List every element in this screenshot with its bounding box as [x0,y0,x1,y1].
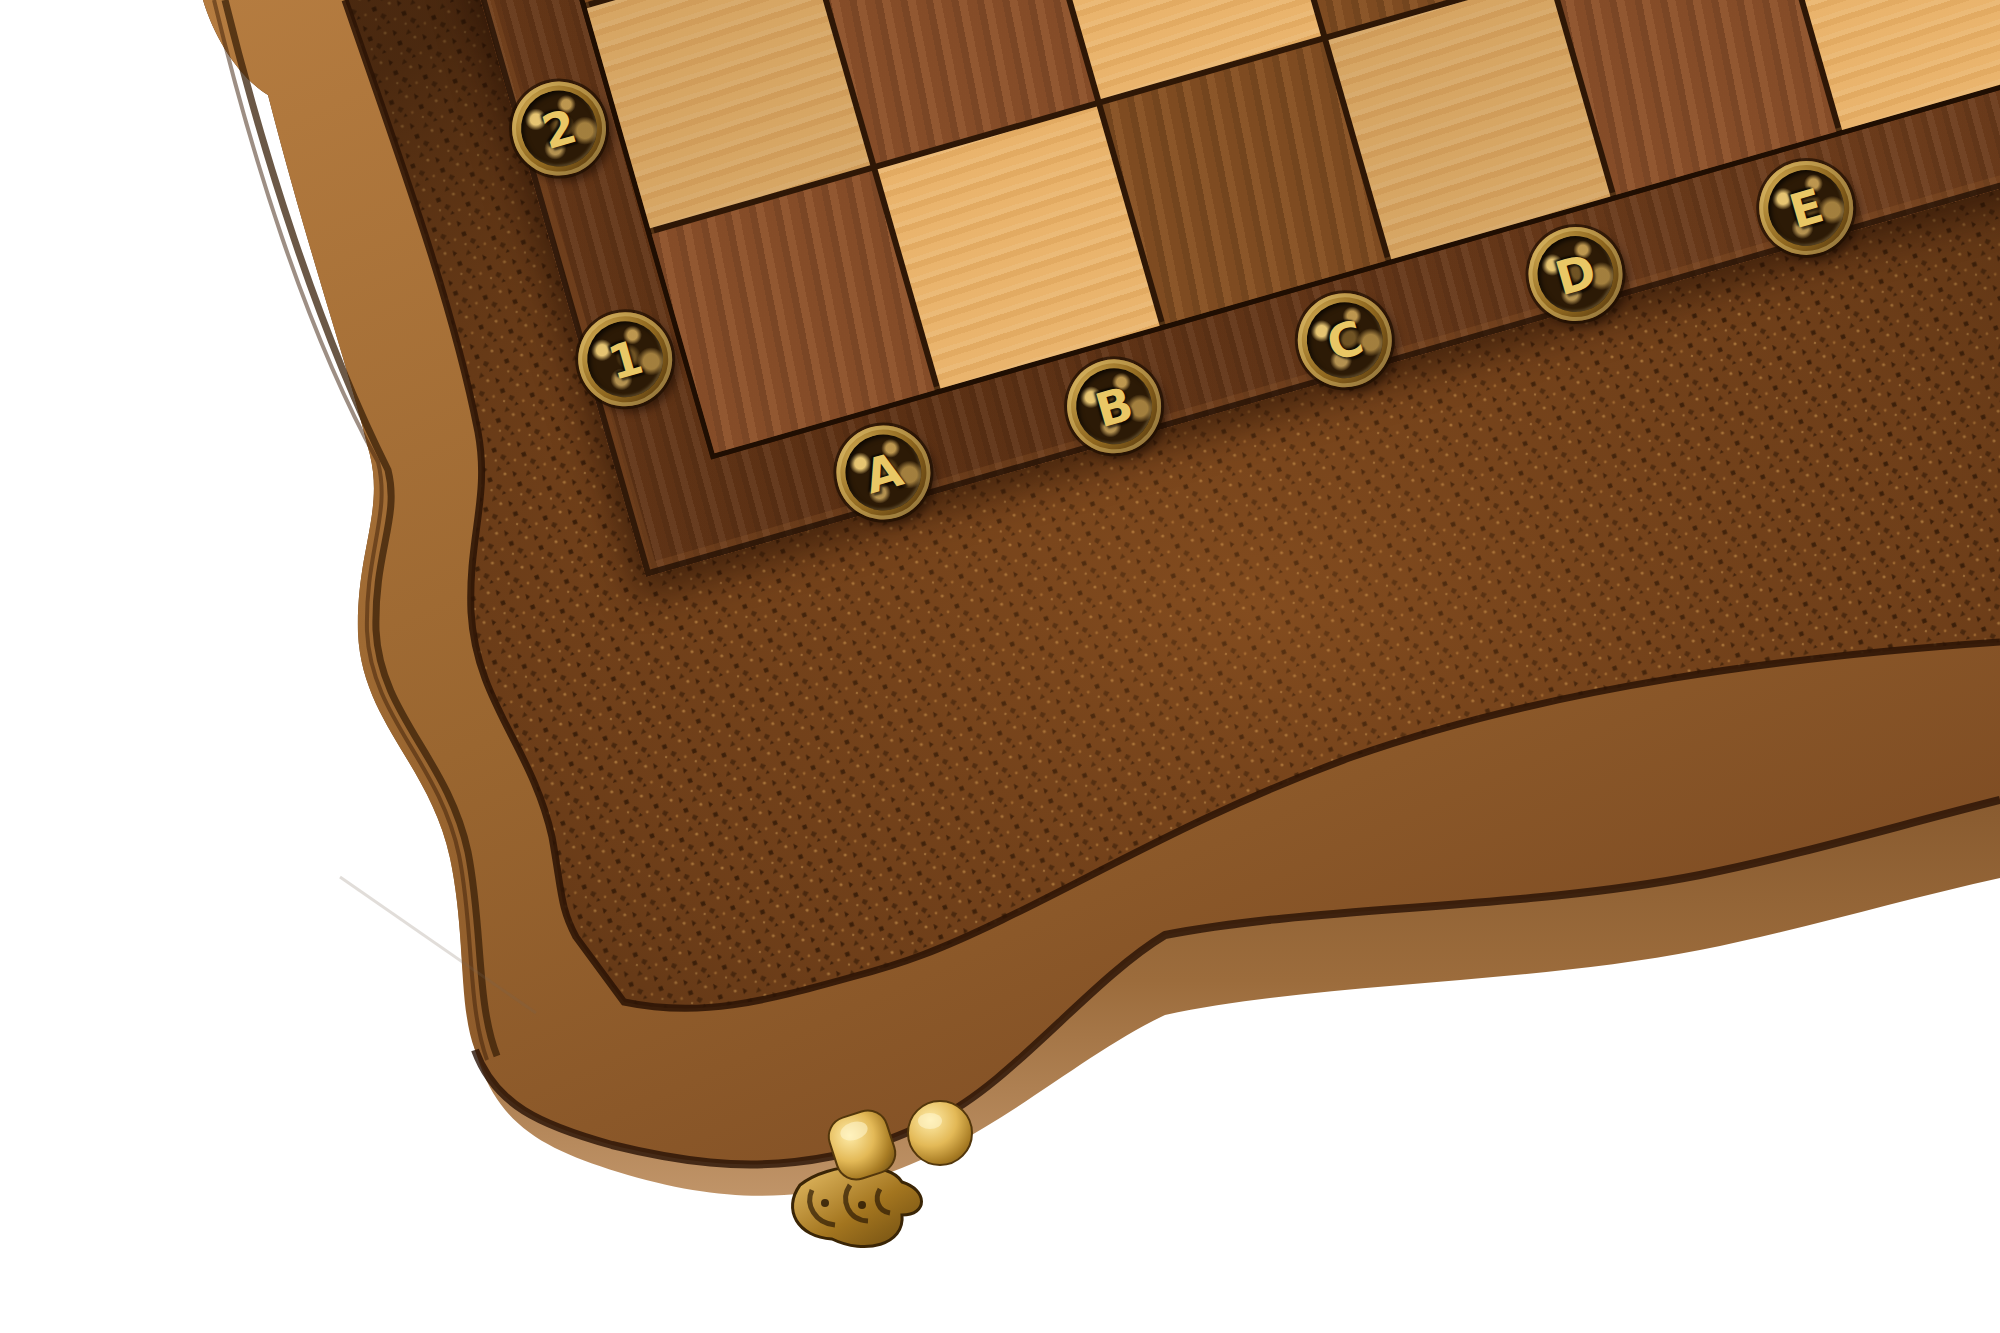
file-label-a: A [859,445,907,500]
clasp-knob-round[interactable] [908,1101,972,1165]
file-label-e: E [1784,181,1828,235]
file-label-b: B [1090,379,1137,434]
brass-clasp[interactable] [770,1085,1000,1270]
file-label-d: D [1550,246,1600,302]
file-label-c: C [1322,313,1368,368]
rank-label-1: 1 [603,332,647,386]
rank-label-2: 2 [537,102,581,156]
board-photo-scene: A B C D E 1 2 [0,0,2000,1333]
